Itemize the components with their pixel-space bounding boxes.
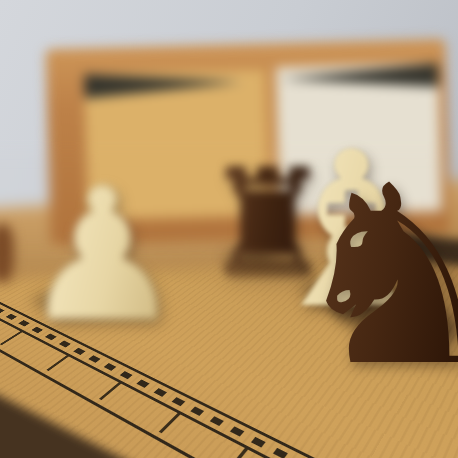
backgammon-point-dark [276,63,442,91]
scene: ABCDEFGH ♟♜♝♞ [0,0,458,458]
black-knight[interactable]: ♞ [286,153,458,400]
blurred-piece-left-edge [0,224,14,282]
white-pawn[interactable]: ♟ [20,163,185,347]
backgammon-point-dark [84,70,251,98]
